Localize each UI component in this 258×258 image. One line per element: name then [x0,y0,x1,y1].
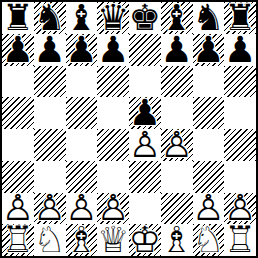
square-a6[interactable] [2,66,34,98]
square-a1[interactable]: ♜♖ [2,224,34,256]
square-e7[interactable] [129,34,161,66]
square-d4[interactable] [97,129,129,161]
square-d7[interactable]: ♟ [97,34,129,66]
square-a7[interactable]: ♟ [2,34,34,66]
piece-outline-layer: ♕ [97,224,129,256]
piece-outline-layer: ♘ [34,224,66,256]
square-g6[interactable] [193,66,225,98]
square-g4[interactable] [193,129,225,161]
piece-glyph: ♟ [97,34,129,66]
square-d1[interactable]: ♛♕ [97,224,129,256]
square-a5[interactable] [2,97,34,129]
piece-white-pawn[interactable]: ♟♙ [161,129,193,161]
piece-white-queen[interactable]: ♛♕ [97,224,129,256]
square-h1[interactable]: ♜♖ [224,224,256,256]
piece-black-king[interactable]: ♚ [129,2,161,34]
piece-white-king[interactable]: ♚♔ [129,224,161,256]
piece-glyph: ♟ [66,34,98,66]
piece-glyph: ♟ [161,34,193,66]
piece-outline-layer: ♙ [161,129,193,161]
piece-glyph: ♟ [34,34,66,66]
piece-black-pawn[interactable]: ♟ [97,34,129,66]
square-b7[interactable]: ♟ [34,34,66,66]
square-g1[interactable]: ♞♘ [193,224,225,256]
square-c5[interactable] [66,97,98,129]
piece-glyph: ♟ [224,34,256,66]
piece-glyph: ♟ [2,34,34,66]
piece-black-pawn[interactable]: ♟ [34,34,66,66]
square-f4[interactable]: ♟♙ [161,129,193,161]
square-b4[interactable] [34,129,66,161]
square-h6[interactable] [224,66,256,98]
square-h4[interactable] [224,129,256,161]
square-a4[interactable] [2,129,34,161]
piece-white-knight[interactable]: ♞♘ [34,224,66,256]
square-f6[interactable] [161,66,193,98]
piece-outline-layer: ♙ [129,129,161,161]
square-b6[interactable] [34,66,66,98]
piece-outline-layer: ♖ [224,224,256,256]
square-f3[interactable] [161,161,193,193]
piece-black-pawn[interactable]: ♟ [161,34,193,66]
piece-black-pawn[interactable]: ♟ [224,34,256,66]
piece-black-pawn[interactable]: ♟ [66,34,98,66]
piece-outline-layer: ♗ [66,224,98,256]
square-e8[interactable]: ♚ [129,2,161,34]
piece-glyph: ♟ [193,34,225,66]
piece-outline-layer: ♔ [129,224,161,256]
square-e1[interactable]: ♚♔ [129,224,161,256]
square-c4[interactable] [66,129,98,161]
piece-outline-layer: ♗ [161,224,193,256]
square-d5[interactable] [97,97,129,129]
square-f7[interactable]: ♟ [161,34,193,66]
square-c1[interactable]: ♝♗ [66,224,98,256]
piece-white-rook[interactable]: ♜♖ [2,224,34,256]
piece-white-bishop[interactable]: ♝♗ [66,224,98,256]
piece-white-knight[interactable]: ♞♘ [193,224,225,256]
piece-outline-layer: ♖ [2,224,34,256]
square-c6[interactable] [66,66,98,98]
square-b5[interactable] [34,97,66,129]
piece-outline-layer: ♘ [193,224,225,256]
square-d6[interactable] [97,66,129,98]
square-g5[interactable] [193,97,225,129]
square-g7[interactable]: ♟ [193,34,225,66]
square-c7[interactable]: ♟ [66,34,98,66]
chess-board: ♜♞♝♛♚♝♞♜♟♟♟♟♟♟♟♟♟♙♟♙♟♙♟♙♟♙♟♙♟♙♟♙♜♖♞♘♝♗♛♕… [0,0,258,258]
square-e4[interactable]: ♟♙ [129,129,161,161]
piece-white-bishop[interactable]: ♝♗ [161,224,193,256]
square-f1[interactable]: ♝♗ [161,224,193,256]
piece-white-rook[interactable]: ♜♖ [224,224,256,256]
square-e3[interactable] [129,161,161,193]
piece-glyph: ♚ [129,2,161,34]
square-b1[interactable]: ♞♘ [34,224,66,256]
piece-black-pawn[interactable]: ♟ [2,34,34,66]
square-h7[interactable]: ♟ [224,34,256,66]
piece-white-pawn[interactable]: ♟♙ [129,129,161,161]
square-h5[interactable] [224,97,256,129]
piece-black-pawn[interactable]: ♟ [193,34,225,66]
